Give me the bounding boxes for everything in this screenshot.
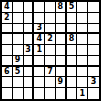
cell-empty[interactable]: [13, 34, 24, 45]
cell-empty[interactable]: [77, 24, 88, 35]
cell-empty[interactable]: [34, 77, 45, 88]
cell-given: 8: [67, 34, 78, 45]
cell-given: 6: [2, 67, 13, 78]
cell-empty[interactable]: [2, 24, 13, 35]
cell-empty[interactable]: [56, 56, 67, 67]
cell-empty[interactable]: [77, 77, 88, 88]
cell-empty[interactable]: [67, 77, 78, 88]
cell-empty[interactable]: [77, 45, 88, 56]
cell-empty[interactable]: [24, 56, 35, 67]
cell-empty[interactable]: [77, 56, 88, 67]
cell-empty[interactable]: [56, 67, 67, 78]
cell-empty[interactable]: [56, 45, 67, 56]
cell-empty[interactable]: [24, 2, 35, 13]
cell-empty[interactable]: [34, 56, 45, 67]
cell-empty[interactable]: [45, 77, 56, 88]
cell-empty[interactable]: [45, 13, 56, 24]
cell-empty[interactable]: [45, 24, 56, 35]
cell-given: 3: [88, 77, 99, 88]
cell-given: 7: [45, 67, 56, 78]
cell-given: 2: [45, 34, 56, 45]
cell-empty[interactable]: [88, 13, 99, 24]
cell-given: 3: [34, 24, 45, 35]
sudoku-board: 48523428319657931: [0, 0, 101, 101]
cell-given: 5: [67, 2, 78, 13]
cell-empty[interactable]: [2, 45, 13, 56]
cell-empty[interactable]: [67, 24, 78, 35]
cell-empty[interactable]: [24, 34, 35, 45]
cell-empty[interactable]: [34, 13, 45, 24]
cell-empty[interactable]: [24, 13, 35, 24]
cell-empty[interactable]: [34, 88, 45, 99]
cell-given: 1: [77, 88, 88, 99]
cell-empty[interactable]: [24, 88, 35, 99]
cell-empty[interactable]: [77, 67, 88, 78]
cell-empty[interactable]: [56, 13, 67, 24]
cell-empty[interactable]: [13, 77, 24, 88]
cell-empty[interactable]: [67, 45, 78, 56]
cell-empty[interactable]: [77, 34, 88, 45]
cell-empty[interactable]: [2, 88, 13, 99]
cell-empty[interactable]: [45, 56, 56, 67]
cell-empty[interactable]: [88, 24, 99, 35]
cell-empty[interactable]: [45, 2, 56, 13]
cell-empty[interactable]: [13, 45, 24, 56]
cell-given: 9: [56, 77, 67, 88]
cell-empty[interactable]: [24, 77, 35, 88]
cell-empty[interactable]: [45, 88, 56, 99]
cell-empty[interactable]: [67, 67, 78, 78]
cell-empty[interactable]: [13, 2, 24, 13]
cell-empty[interactable]: [56, 88, 67, 99]
cell-given: 5: [13, 67, 24, 78]
cell-given: 3: [24, 45, 35, 56]
cell-empty[interactable]: [67, 88, 78, 99]
cell-empty[interactable]: [13, 88, 24, 99]
cell-empty[interactable]: [67, 56, 78, 67]
cell-empty[interactable]: [13, 24, 24, 35]
cell-empty[interactable]: [88, 88, 99, 99]
cell-empty[interactable]: [88, 56, 99, 67]
cell-empty[interactable]: [88, 2, 99, 13]
cell-empty[interactable]: [77, 13, 88, 24]
cell-empty[interactable]: [34, 67, 45, 78]
cell-given: 4: [34, 34, 45, 45]
cell-given: 9: [13, 56, 24, 67]
cell-empty[interactable]: [13, 13, 24, 24]
cell-empty[interactable]: [88, 45, 99, 56]
cell-empty[interactable]: [77, 2, 88, 13]
cell-empty[interactable]: [88, 34, 99, 45]
cell-empty[interactable]: [88, 67, 99, 78]
cell-empty[interactable]: [24, 67, 35, 78]
cell-empty[interactable]: [45, 45, 56, 56]
cell-empty[interactable]: [24, 24, 35, 35]
cell-given: 4: [2, 2, 13, 13]
cell-given: 2: [2, 13, 13, 24]
cell-empty[interactable]: [56, 24, 67, 35]
cell-empty[interactable]: [67, 13, 78, 24]
cell-empty[interactable]: [2, 34, 13, 45]
cell-given: 8: [56, 2, 67, 13]
cell-empty[interactable]: [2, 56, 13, 67]
cell-empty[interactable]: [2, 77, 13, 88]
cell-empty[interactable]: [34, 2, 45, 13]
cell-given: 1: [34, 45, 45, 56]
cell-empty[interactable]: [56, 34, 67, 45]
